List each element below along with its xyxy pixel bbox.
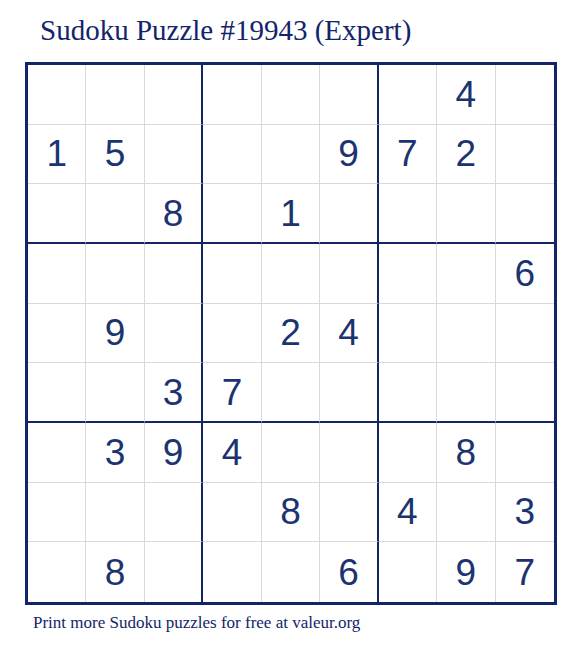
cell-r6c3-given: 3: [145, 363, 203, 423]
cell-r3c5-given: 1: [262, 184, 320, 244]
cell-r6c4-given: 7: [203, 363, 261, 423]
cell-r2c8-given: 2: [437, 125, 495, 185]
cell-r6c5-empty: [262, 363, 320, 423]
cell-r2c7-given: 7: [379, 125, 437, 185]
cell-r5c1-empty: [28, 304, 86, 364]
page-title: Sudoku Puzzle #19943 (Expert): [40, 14, 411, 47]
cell-r2c6-given: 9: [320, 125, 378, 185]
cell-r9c2-given: 8: [86, 542, 144, 602]
cell-r2c3-empty: [145, 125, 203, 185]
cell-r5c5-given: 2: [262, 304, 320, 364]
cell-r5c7-empty: [379, 304, 437, 364]
cell-r5c3-empty: [145, 304, 203, 364]
cell-r7c7-empty: [379, 423, 437, 483]
cell-r9c5-empty: [262, 542, 320, 602]
cell-r4c4-empty: [203, 244, 261, 304]
cell-r3c3-given: 8: [145, 184, 203, 244]
cell-r8c7-given: 4: [379, 483, 437, 543]
cell-r2c4-empty: [203, 125, 261, 185]
cell-r4c6-empty: [320, 244, 378, 304]
cell-r6c6-empty: [320, 363, 378, 423]
cell-r5c4-empty: [203, 304, 261, 364]
cell-r7c3-given: 9: [145, 423, 203, 483]
sudoku-board: 4159728169243739488438697: [25, 62, 557, 605]
cell-r8c5-given: 8: [262, 483, 320, 543]
cell-r3c7-empty: [379, 184, 437, 244]
cell-r1c1-empty: [28, 65, 86, 125]
cell-r9c9-given: 7: [496, 542, 554, 602]
cell-r3c6-empty: [320, 184, 378, 244]
cell-r7c6-empty: [320, 423, 378, 483]
cell-r8c4-empty: [203, 483, 261, 543]
cell-r8c3-empty: [145, 483, 203, 543]
cell-r7c1-empty: [28, 423, 86, 483]
cell-r3c2-empty: [86, 184, 144, 244]
cell-r3c1-empty: [28, 184, 86, 244]
cell-r4c7-empty: [379, 244, 437, 304]
cell-r2c1-given: 1: [28, 125, 86, 185]
cell-r2c2-given: 5: [86, 125, 144, 185]
cell-r8c6-empty: [320, 483, 378, 543]
cell-r5c6-given: 4: [320, 304, 378, 364]
cell-r1c2-empty: [86, 65, 144, 125]
cell-r1c6-empty: [320, 65, 378, 125]
cell-r8c2-empty: [86, 483, 144, 543]
cell-r6c2-empty: [86, 363, 144, 423]
footer-text: Print more Sudoku puzzles for free at va…: [33, 613, 360, 633]
cell-r9c6-given: 6: [320, 542, 378, 602]
cell-r8c9-given: 3: [496, 483, 554, 543]
cell-r7c5-empty: [262, 423, 320, 483]
cell-r1c8-given: 4: [437, 65, 495, 125]
cell-r4c8-empty: [437, 244, 495, 304]
cell-r9c1-empty: [28, 542, 86, 602]
cell-r6c9-empty: [496, 363, 554, 423]
cell-r4c1-empty: [28, 244, 86, 304]
cell-r4c3-empty: [145, 244, 203, 304]
cell-r4c9-given: 6: [496, 244, 554, 304]
cell-r8c8-empty: [437, 483, 495, 543]
cell-r5c2-given: 9: [86, 304, 144, 364]
cell-r8c1-empty: [28, 483, 86, 543]
cell-r1c7-empty: [379, 65, 437, 125]
cell-r2c9-empty: [496, 125, 554, 185]
cell-r6c7-empty: [379, 363, 437, 423]
cell-r7c8-given: 8: [437, 423, 495, 483]
cell-r1c9-empty: [496, 65, 554, 125]
cell-r3c9-empty: [496, 184, 554, 244]
cell-r9c8-given: 9: [437, 542, 495, 602]
cell-r2c5-empty: [262, 125, 320, 185]
cell-r9c4-empty: [203, 542, 261, 602]
cell-r5c9-empty: [496, 304, 554, 364]
cell-r5c8-empty: [437, 304, 495, 364]
cell-r3c8-empty: [437, 184, 495, 244]
cell-r1c3-empty: [145, 65, 203, 125]
cell-r9c7-empty: [379, 542, 437, 602]
cell-r9c3-empty: [145, 542, 203, 602]
cell-r4c5-empty: [262, 244, 320, 304]
cell-r3c4-empty: [203, 184, 261, 244]
page: Sudoku Puzzle #19943 (Expert) 4159728169…: [0, 0, 580, 651]
cell-r6c1-empty: [28, 363, 86, 423]
cell-r1c5-empty: [262, 65, 320, 125]
cell-r6c8-empty: [437, 363, 495, 423]
cell-r7c2-given: 3: [86, 423, 144, 483]
cell-r1c4-empty: [203, 65, 261, 125]
cell-r4c2-empty: [86, 244, 144, 304]
cell-r7c9-empty: [496, 423, 554, 483]
cell-r7c4-given: 4: [203, 423, 261, 483]
